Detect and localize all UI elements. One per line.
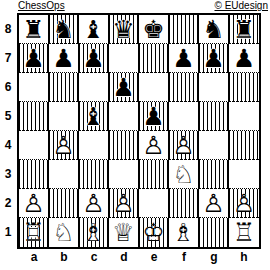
white-pawn: ♟♙	[80, 189, 108, 217]
square-b7[interactable]: ♟	[49, 44, 79, 73]
rank-label-8: 8	[0, 15, 16, 44]
file-label-g: g	[199, 250, 229, 266]
piece-glyph: ♚	[140, 219, 168, 247]
square-e4[interactable]: ♟♙	[139, 131, 169, 160]
square-c7[interactable]: ♟	[79, 44, 109, 73]
square-d5[interactable]	[109, 102, 139, 131]
square-a3[interactable]	[19, 160, 49, 189]
square-e3[interactable]	[139, 160, 169, 189]
square-c6[interactable]	[79, 73, 109, 102]
piece-outline-glyph: ♙	[110, 189, 138, 217]
piece-glyph: ♛	[110, 219, 138, 247]
piece-glyph: ♟	[50, 131, 78, 159]
square-c1[interactable]: ♝♗	[79, 218, 109, 247]
file-label-e: e	[139, 250, 169, 266]
white-pawn: ♟♙	[20, 189, 48, 217]
rank-label-6: 6	[0, 73, 16, 102]
square-g6[interactable]	[199, 73, 229, 102]
piece-outline-glyph: ♗	[80, 219, 108, 247]
square-g8[interactable]: ♞	[199, 15, 229, 44]
white-knight: ♞♘	[50, 219, 78, 247]
piece-outline-glyph: ♙	[50, 131, 78, 159]
piece-glyph: ♟	[110, 189, 138, 217]
square-c2[interactable]: ♟♙	[79, 189, 109, 218]
black-king: ♚	[140, 15, 168, 43]
black-pawn: ♟	[110, 73, 138, 101]
square-d4[interactable]	[109, 131, 139, 160]
piece-glyph: ♟	[110, 73, 138, 101]
piece-outline-glyph: ♙	[170, 131, 198, 159]
square-h4[interactable]	[229, 131, 259, 160]
black-rook: ♜	[20, 15, 48, 43]
piece-glyph: ♝	[80, 15, 108, 43]
piece-glyph: ♝	[80, 102, 108, 130]
square-d2[interactable]: ♟♙	[109, 189, 139, 218]
piece-outline-glyph: ♖	[20, 219, 48, 247]
piece-outline-glyph: ♔	[140, 219, 168, 247]
black-pawn: ♟	[170, 44, 198, 72]
square-h5[interactable]	[229, 102, 259, 131]
black-pawn: ♟	[50, 44, 78, 72]
white-pawn: ♟♙	[110, 189, 138, 217]
file-label-b: b	[49, 250, 79, 266]
square-e6[interactable]	[139, 73, 169, 102]
square-d6[interactable]: ♟	[109, 73, 139, 102]
square-g1[interactable]	[199, 218, 229, 247]
piece-glyph: ♟	[80, 44, 108, 72]
square-b2[interactable]	[49, 189, 79, 218]
square-f1[interactable]: ♝♗	[169, 218, 199, 247]
square-c8[interactable]: ♝	[79, 15, 109, 44]
rank-label-1: 1	[0, 218, 16, 247]
square-g5[interactable]	[199, 102, 229, 131]
square-h8[interactable]: ♜	[229, 15, 259, 44]
piece-glyph: ♟	[50, 44, 78, 72]
black-queen: ♛	[110, 15, 138, 43]
rank-label-3: 3	[0, 160, 16, 189]
square-d1[interactable]: ♛♕	[109, 218, 139, 247]
file-label-f: f	[169, 250, 199, 266]
rank-label-4: 4	[0, 131, 16, 160]
square-c3[interactable]	[79, 160, 109, 189]
white-pawn: ♟♙	[140, 131, 168, 159]
piece-glyph: ♞	[50, 15, 78, 43]
square-c5[interactable]: ♝	[79, 102, 109, 131]
white-king: ♚♔	[140, 219, 168, 247]
piece-glyph: ♞	[170, 160, 198, 188]
black-bishop: ♝	[80, 15, 108, 43]
app-title-link[interactable]: ChessOps	[18, 0, 65, 12]
chessops-screen: ChessOps © EUdesign 87654321 ♜♞♝♛♚♞♜♟♟♟♟…	[0, 0, 270, 270]
black-pawn: ♟	[80, 44, 108, 72]
piece-glyph: ♝	[80, 219, 108, 247]
square-b4[interactable]: ♟♙	[49, 131, 79, 160]
piece-outline-glyph: ♙	[20, 189, 48, 217]
square-d8[interactable]: ♛	[109, 15, 139, 44]
white-queen: ♛♕	[110, 219, 138, 247]
piece-outline-glyph: ♕	[110, 219, 138, 247]
piece-outline-glyph: ♗	[170, 219, 198, 247]
square-e5[interactable]: ♟	[139, 102, 169, 131]
square-b1[interactable]: ♞♘	[49, 218, 79, 247]
white-rook: ♜♖	[230, 219, 258, 247]
piece-glyph: ♟	[230, 189, 258, 217]
white-pawn: ♟♙	[200, 189, 228, 217]
white-pawn: ♟♙	[170, 131, 198, 159]
square-e2[interactable]	[139, 189, 169, 218]
square-a8[interactable]: ♜	[19, 15, 49, 44]
square-b8[interactable]: ♞	[49, 15, 79, 44]
square-e8[interactable]: ♚	[139, 15, 169, 44]
white-bishop: ♝♗	[80, 219, 108, 247]
piece-glyph: ♟	[80, 189, 108, 217]
square-b3[interactable]	[49, 160, 79, 189]
piece-glyph: ♟	[140, 131, 168, 159]
square-a5[interactable]	[19, 102, 49, 131]
rank-label-2: 2	[0, 189, 16, 218]
square-a7[interactable]: ♟	[19, 44, 49, 73]
piece-glyph: ♟	[20, 44, 48, 72]
piece-glyph: ♟	[20, 189, 48, 217]
piece-glyph: ♚	[140, 15, 168, 43]
piece-glyph: ♟	[140, 102, 168, 130]
square-h6[interactable]	[229, 73, 259, 102]
black-pawn: ♟	[200, 44, 228, 72]
piece-glyph: ♟	[170, 44, 198, 72]
piece-outline-glyph: ♙	[200, 189, 228, 217]
white-bishop: ♝♗	[170, 219, 198, 247]
chess-board: ♜♞♝♛♚♞♜♟♟♟♟♟♟♟♝♟♟♙♟♙♟♙♞♘♟♙♟♙♟♙♟♙♟♙♜♖♞♘♝♗…	[17, 13, 261, 249]
square-g7[interactable]: ♟	[199, 44, 229, 73]
square-h2[interactable]: ♟♙	[229, 189, 259, 218]
square-a6[interactable]	[19, 73, 49, 102]
piece-glyph: ♟	[200, 44, 228, 72]
piece-glyph: ♟	[170, 131, 198, 159]
piece-glyph: ♝	[170, 219, 198, 247]
square-f8[interactable]	[169, 15, 199, 44]
piece-outline-glyph: ♙	[230, 189, 258, 217]
black-pawn: ♟	[230, 44, 258, 72]
square-b5[interactable]	[49, 102, 79, 131]
square-a1[interactable]: ♜♖	[19, 218, 49, 247]
white-pawn: ♟♙	[50, 131, 78, 159]
square-h3[interactable]	[229, 160, 259, 189]
piece-outline-glyph: ♙	[80, 189, 108, 217]
square-c4[interactable]	[79, 131, 109, 160]
piece-outline-glyph: ♘	[50, 219, 78, 247]
square-b6[interactable]	[49, 73, 79, 102]
piece-outline-glyph: ♙	[140, 131, 168, 159]
white-rook: ♜♖	[20, 219, 48, 247]
piece-glyph: ♜	[20, 219, 48, 247]
rank-label-5: 5	[0, 102, 16, 131]
square-f5[interactable]	[169, 102, 199, 131]
piece-glyph: ♛	[110, 15, 138, 43]
file-label-c: c	[79, 250, 109, 266]
white-knight: ♞♘	[170, 160, 198, 188]
square-f6[interactable]	[169, 73, 199, 102]
square-f3[interactable]: ♞♘	[169, 160, 199, 189]
piece-glyph: ♞	[200, 15, 228, 43]
black-knight: ♞	[200, 15, 228, 43]
square-e1[interactable]: ♚♔	[139, 218, 169, 247]
file-labels: abcdefgh	[19, 250, 259, 266]
titlebar: ChessOps © EUdesign	[0, 0, 270, 13]
piece-glyph: ♜	[230, 15, 258, 43]
square-g3[interactable]	[199, 160, 229, 189]
square-g4[interactable]	[199, 131, 229, 160]
white-pawn: ♟♙	[230, 189, 258, 217]
square-d3[interactable]	[109, 160, 139, 189]
square-e7[interactable]	[139, 44, 169, 73]
file-label-h: h	[229, 250, 259, 266]
piece-glyph: ♟	[230, 44, 258, 72]
file-label-d: d	[109, 250, 139, 266]
square-f4[interactable]: ♟♙	[169, 131, 199, 160]
file-label-a: a	[19, 250, 49, 266]
piece-glyph: ♞	[50, 219, 78, 247]
black-rook: ♜	[230, 15, 258, 43]
piece-glyph: ♟	[200, 189, 228, 217]
piece-glyph: ♜	[20, 15, 48, 43]
square-f2[interactable]	[169, 189, 199, 218]
rank-labels: 87654321	[0, 15, 16, 247]
black-knight: ♞	[50, 15, 78, 43]
square-a2[interactable]: ♟♙	[19, 189, 49, 218]
credit-link[interactable]: © EUdesign	[214, 0, 268, 12]
square-h7[interactable]: ♟	[229, 44, 259, 73]
piece-outline-glyph: ♘	[170, 160, 198, 188]
square-d7[interactable]	[109, 44, 139, 73]
piece-glyph: ♜	[230, 219, 258, 247]
piece-outline-glyph: ♖	[230, 219, 258, 247]
rank-label-7: 7	[0, 44, 16, 73]
black-pawn: ♟	[140, 102, 168, 130]
square-h1[interactable]: ♜♖	[229, 218, 259, 247]
square-f7[interactable]: ♟	[169, 44, 199, 73]
black-bishop: ♝	[80, 102, 108, 130]
black-pawn: ♟	[20, 44, 48, 72]
square-a4[interactable]	[19, 131, 49, 160]
square-g2[interactable]: ♟♙	[199, 189, 229, 218]
